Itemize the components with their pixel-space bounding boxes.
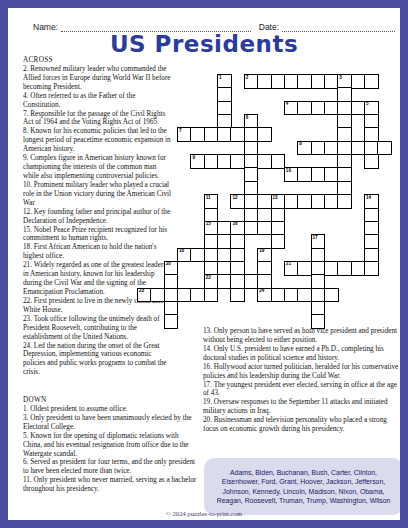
clue-across-9: 9. Complex figure in American history kn…: [23, 154, 173, 181]
word-bank-line: Reagan, Roosevelt, Truman, Trump, Washin…: [204, 497, 403, 504]
clue-down-20: 20. Businessman and television personali…: [203, 416, 404, 434]
cell-number-16: 16: [232, 222, 237, 227]
cell-number-3: 3: [339, 76, 342, 81]
clue-down-1: 1. Oldest president to assume office.: [23, 405, 199, 414]
grid-cell-r18c13[interactable]: [311, 314, 326, 329]
page-title: US Presidents: [0, 31, 408, 57]
across-heading: ACROSS: [23, 56, 173, 65]
cell-number-4: 4: [286, 102, 289, 107]
clue-across-4: 4. Often referred to as the Father of th…: [23, 92, 173, 110]
clue-across-15: 15. Nobel Peace Prize recipient recogniz…: [23, 226, 173, 244]
grid-cell-r12c10[interactable]: [271, 234, 286, 249]
cell-number-11: 11: [206, 196, 211, 201]
cell-number-9: 9: [192, 156, 195, 161]
grid-cell-r14c17[interactable]: [364, 261, 379, 276]
word-bank-line: Eisenhower, Ford, Grant, Hoover, Jackson…: [204, 478, 403, 485]
cell-number-6: 6: [246, 116, 249, 121]
grid-cell-r16c5[interactable]: [204, 288, 219, 303]
grid-cell-r5c18[interactable]: [377, 141, 392, 156]
cell-number-2: 2: [246, 76, 249, 81]
clue-across-10: 10. Prominent military leader who played…: [23, 181, 173, 208]
clue-across-2: 2. Renowned military leader who commande…: [23, 65, 173, 92]
grid-cell-r9c15[interactable]: [337, 194, 352, 209]
word-bank-box: Adams, Biden, Buchanan, Bush, Carter, Cl…: [204, 458, 403, 515]
clue-across-18: 18. First African American to hold the n…: [23, 243, 173, 261]
clue-down-17: 17. The youngest president ever elected,…: [203, 381, 404, 399]
cell-number-20: 20: [166, 262, 171, 267]
copyright-footer: © 2024 puzzles-to-print.com: [0, 510, 408, 517]
grid-cell-r6c17[interactable]: [364, 154, 379, 169]
grid-cell-r16c7[interactable]: [230, 288, 245, 303]
down-clues-left: DOWN 1. Oldest president to assume offic…: [23, 396, 199, 494]
clue-across-8: 8. Known for his economic policies that …: [23, 127, 173, 154]
worksheet-page: Name: Date: US Presidents ACROSS 2. Reno…: [0, 0, 408, 528]
grid-cell-r18c2[interactable]: [164, 314, 179, 329]
clue-down-19: 19. Oversaw responses to the September 1…: [203, 398, 404, 416]
down-clues-right: 13. Only person to have served as both v…: [203, 327, 404, 434]
cell-number-12: 12: [232, 196, 237, 201]
clue-across-7: 7. Responsible for the passage of the Ci…: [23, 110, 173, 128]
across-clue-list: 2. Renowned military leader who commande…: [23, 65, 173, 377]
clue-down-13: 13. Only person to have served as both v…: [203, 327, 404, 345]
cell-number-13: 13: [273, 196, 278, 201]
cell-number-8: 8: [299, 142, 302, 147]
clue-down-6: 6. Served as president for four terms, a…: [23, 458, 199, 476]
clue-across-24: 24. Led the nation during the onset of t…: [23, 342, 173, 378]
clue-down-14: 14. Only U.S. president to have earned a…: [203, 345, 404, 363]
clue-down-11: 11. Only president who never married, se…: [23, 476, 199, 494]
cell-number-19: 19: [259, 249, 264, 254]
cell-number-24: 24: [259, 289, 264, 294]
cell-number-1: 1: [219, 76, 222, 81]
clue-down-16: 16. Hollywood actor turned politician, h…: [203, 363, 404, 381]
across-clues: ACROSS 2. Renowned military leader who c…: [23, 56, 173, 377]
cell-number-21: 21: [286, 262, 291, 267]
down-clue-list-left: 1. Oldest president to assume office.3. …: [23, 405, 199, 494]
down-heading: DOWN: [23, 396, 199, 405]
word-bank-line: Johnson, Kennedy, Lincoln, Madison, Nixo…: [204, 488, 403, 495]
cell-number-14: 14: [366, 196, 371, 201]
clue-across-23: 23. Took office following the untimely d…: [23, 315, 173, 342]
cell-number-5: 5: [366, 102, 369, 107]
grid-cell-r16c14[interactable]: [324, 288, 339, 303]
cell-number-10: 10: [286, 169, 291, 174]
cell-number-23: 23: [139, 289, 144, 294]
cell-number-18: 18: [179, 249, 184, 254]
cell-number-15: 15: [206, 222, 211, 227]
cell-number-7: 7: [179, 129, 182, 134]
grid-cell-r0c17[interactable]: [364, 74, 379, 89]
clue-down-5: 5. Known for the opening of diplomatic r…: [23, 432, 199, 459]
clue-down-3: 3. Only president to have been unanimous…: [23, 414, 199, 432]
cell-number-22: 22: [206, 276, 211, 281]
cell-number-17: 17: [313, 236, 318, 241]
clue-across-12: 12. Key founding father and principal au…: [23, 208, 173, 226]
down-clue-list-right: 13. Only person to have served as both v…: [203, 327, 404, 434]
grid-cell-r4c9[interactable]: [257, 127, 272, 142]
word-bank-line: Adams, Biden, Buchanan, Bush, Carter, Cl…: [204, 469, 403, 476]
